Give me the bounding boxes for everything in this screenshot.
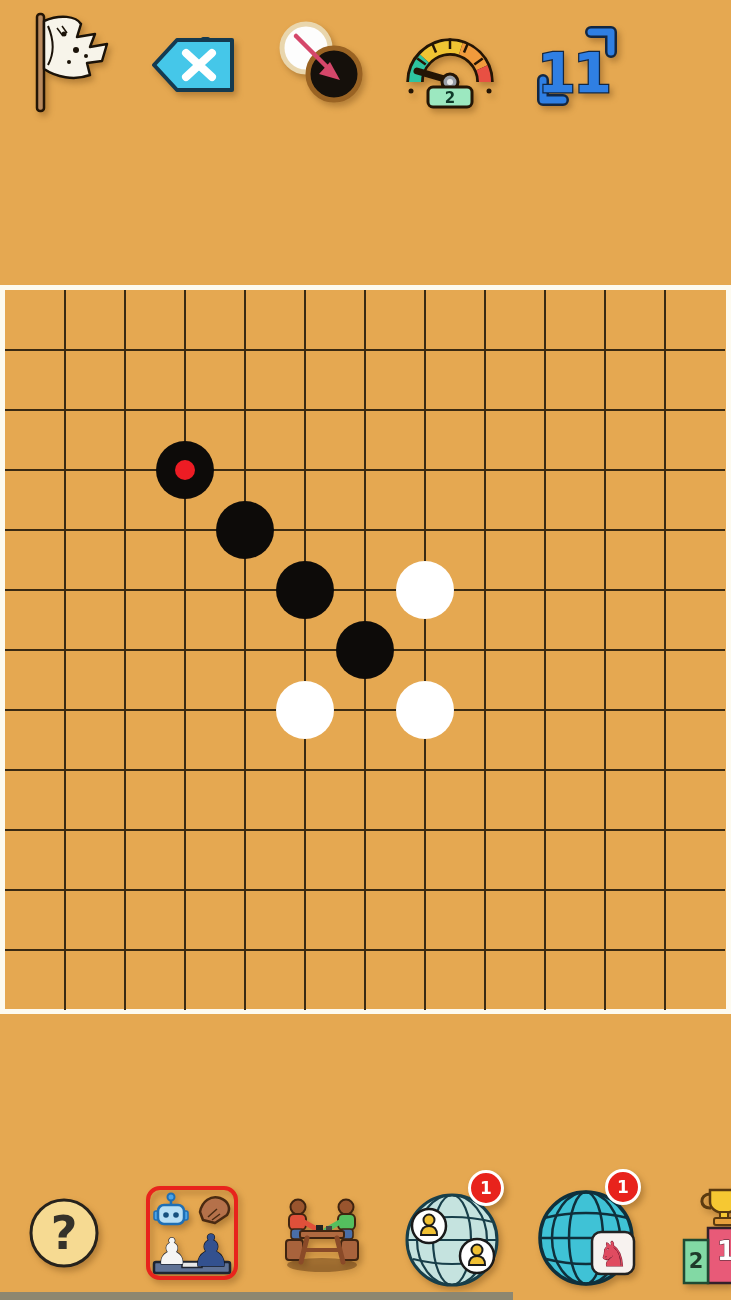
online-play-button[interactable]: 1 (400, 1166, 510, 1290)
hand-icon (200, 1197, 229, 1223)
robot-head-icon (158, 1205, 184, 1224)
difficulty-value: 2 (445, 89, 455, 107)
system-nav-bar (0, 1292, 513, 1300)
move-counter[interactable]: 11 (533, 22, 621, 110)
globe-knight-icon: ♞ 1 (536, 1166, 646, 1290)
globe-users-icon: 1 (400, 1166, 510, 1290)
stone-black (216, 501, 274, 559)
stone-white (276, 681, 334, 739)
notification-badge-count: 1 (617, 1177, 629, 1197)
gomoku-board[interactable] (0, 285, 731, 1014)
board-svg (0, 285, 731, 1014)
user-icon (424, 1215, 435, 1226)
white-flag-icon (24, 10, 114, 115)
stone-white (396, 561, 454, 619)
blue-pawn-icon: ♟ (191, 1225, 230, 1276)
podium-second-label: 2 (689, 1249, 704, 1273)
question-glyph: ? (51, 1206, 78, 1260)
stone-white (396, 681, 454, 739)
user-icon (472, 1245, 483, 1256)
stone-black (276, 561, 334, 619)
question-mark-icon: ? (26, 1195, 102, 1271)
difficulty-gauge[interactable]: 2 (398, 24, 502, 110)
podium-first-label: 1 (717, 1236, 731, 1266)
white-to-black-stone-arrow-icon (272, 18, 372, 110)
stone-black (336, 621, 394, 679)
resign-flag-button[interactable] (24, 10, 114, 115)
vs-computer-button[interactable]: ♟ ♟ (146, 1186, 238, 1280)
undo-close-button[interactable] (149, 36, 237, 94)
two-players-table-icon (276, 1192, 368, 1274)
help-button[interactable]: ? (26, 1195, 102, 1271)
framed-number-icon: 11 (533, 22, 621, 110)
white-pawn-icon: ♟ (156, 1231, 188, 1272)
turn-indicator[interactable] (272, 18, 372, 110)
trophy-cup (710, 1190, 731, 1213)
leaderboard-button[interactable]: 1 2 (680, 1178, 731, 1290)
red-knight-icon: ♞ (598, 1234, 628, 1274)
online-notifications-button[interactable]: ♞ 1 (536, 1166, 646, 1290)
backspace-x-icon (149, 36, 237, 94)
app-screen: 2 11 ? (0, 0, 731, 1300)
local-two-player-button[interactable] (276, 1192, 368, 1274)
robot-vs-hand-chess-icon: ♟ ♟ (150, 1190, 234, 1276)
last-move-marker (175, 460, 195, 480)
move-count-value: 11 (537, 40, 609, 105)
online-badge-count: 1 (480, 1178, 492, 1198)
trophy-podium-icon: 1 2 (680, 1178, 731, 1290)
speedometer-icon: 2 (398, 24, 502, 110)
